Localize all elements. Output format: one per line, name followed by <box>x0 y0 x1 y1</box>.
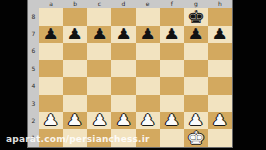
square-f3[interactable] <box>160 95 184 112</box>
square-h1[interactable] <box>208 129 232 147</box>
square-g4[interactable] <box>184 77 208 94</box>
piece-white-king: ♚ <box>187 129 206 147</box>
square-h6[interactable] <box>208 43 232 60</box>
square-g8[interactable]: ♚ <box>184 8 208 26</box>
piece-white-pawn: ♟ <box>212 113 229 128</box>
rank-label-3: 3 <box>28 95 39 112</box>
square-f1[interactable] <box>160 129 184 147</box>
square-h3[interactable] <box>208 95 232 112</box>
square-a2[interactable]: ♟ <box>39 112 63 129</box>
square-c3[interactable] <box>87 95 111 112</box>
file-label-c: c <box>87 0 111 8</box>
square-a6[interactable] <box>39 43 63 60</box>
coord-corner <box>28 0 39 8</box>
square-a7[interactable]: ♟ <box>39 26 63 43</box>
square-f6[interactable] <box>160 43 184 60</box>
square-g3[interactable] <box>184 95 208 112</box>
file-label-d: d <box>111 0 135 8</box>
chess-board: ♚♟♟♟♟♟♟♟♟♟♟♟♟♟♟♟♟♚ <box>39 8 232 147</box>
rank-label-4: 4 <box>28 78 39 95</box>
square-h2[interactable]: ♟ <box>208 112 232 129</box>
square-a4[interactable] <box>39 77 63 94</box>
file-label-e: e <box>136 0 160 8</box>
piece-white-pawn: ♟ <box>67 113 84 128</box>
rank-labels-strip: 87654321 <box>28 8 39 147</box>
square-f8[interactable] <box>160 8 184 26</box>
square-c2[interactable]: ♟ <box>87 112 111 129</box>
piece-black-king: ♚ <box>187 8 206 26</box>
piece-white-pawn: ♟ <box>91 113 108 128</box>
square-c6[interactable] <box>87 43 111 60</box>
square-d8[interactable] <box>111 8 135 26</box>
square-b7[interactable]: ♟ <box>63 26 87 43</box>
square-e3[interactable] <box>136 95 160 112</box>
square-b5[interactable] <box>63 60 87 77</box>
square-g5[interactable] <box>184 60 208 77</box>
square-h7[interactable]: ♟ <box>208 26 232 43</box>
square-g7[interactable]: ♟ <box>184 26 208 43</box>
square-e5[interactable] <box>136 60 160 77</box>
square-d2[interactable]: ♟ <box>111 112 135 129</box>
square-e4[interactable] <box>136 77 160 94</box>
square-f2[interactable]: ♟ <box>160 112 184 129</box>
square-h4[interactable] <box>208 77 232 94</box>
rank-label-8: 8 <box>28 8 39 25</box>
square-f5[interactable] <box>160 60 184 77</box>
square-c8[interactable] <box>87 8 111 26</box>
square-b8[interactable] <box>63 8 87 26</box>
watermark-url: aparat.com/persianchess.ir <box>6 134 150 145</box>
video-frame: abcdefgh 87654321 ♚♟♟♟♟♟♟♟♟♟♟♟♟♟♟♟♟♚ apa… <box>0 0 266 150</box>
square-d6[interactable] <box>111 43 135 60</box>
square-e8[interactable] <box>136 8 160 26</box>
piece-black-pawn: ♟ <box>43 27 60 42</box>
piece-white-pawn: ♟ <box>43 113 60 128</box>
square-e7[interactable]: ♟ <box>136 26 160 43</box>
square-h5[interactable] <box>208 60 232 77</box>
rank-label-6: 6 <box>28 43 39 60</box>
square-c5[interactable] <box>87 60 111 77</box>
file-label-a: a <box>39 0 63 8</box>
square-g1[interactable]: ♚ <box>184 129 208 147</box>
piece-white-pawn: ♟ <box>163 113 180 128</box>
rank-label-7: 7 <box>28 25 39 42</box>
square-d4[interactable] <box>111 77 135 94</box>
square-b3[interactable] <box>63 95 87 112</box>
square-f7[interactable]: ♟ <box>160 26 184 43</box>
piece-white-pawn: ♟ <box>115 113 132 128</box>
file-label-b: b <box>63 0 87 8</box>
piece-black-pawn: ♟ <box>115 27 132 42</box>
file-label-g: g <box>184 0 208 8</box>
square-d5[interactable] <box>111 60 135 77</box>
square-a3[interactable] <box>39 95 63 112</box>
square-c7[interactable]: ♟ <box>87 26 111 43</box>
piece-black-pawn: ♟ <box>139 27 156 42</box>
square-a8[interactable] <box>39 8 63 26</box>
square-h8[interactable] <box>208 8 232 26</box>
file-labels-strip: abcdefgh <box>39 0 232 8</box>
square-d3[interactable] <box>111 95 135 112</box>
square-a5[interactable] <box>39 60 63 77</box>
square-d7[interactable]: ♟ <box>111 26 135 43</box>
chess-board-assembly: abcdefgh 87654321 ♚♟♟♟♟♟♟♟♟♟♟♟♟♟♟♟♟♚ <box>28 0 232 147</box>
piece-white-pawn: ♟ <box>187 113 204 128</box>
rank-label-2: 2 <box>28 112 39 129</box>
square-b4[interactable] <box>63 77 87 94</box>
square-g2[interactable]: ♟ <box>184 112 208 129</box>
square-g6[interactable] <box>184 43 208 60</box>
square-c4[interactable] <box>87 77 111 94</box>
piece-black-pawn: ♟ <box>212 27 229 42</box>
piece-white-pawn: ♟ <box>139 113 156 128</box>
square-e6[interactable] <box>136 43 160 60</box>
piece-black-pawn: ♟ <box>91 27 108 42</box>
square-b6[interactable] <box>63 43 87 60</box>
rank-label-5: 5 <box>28 60 39 77</box>
piece-black-pawn: ♟ <box>67 27 84 42</box>
file-label-f: f <box>160 0 184 8</box>
piece-black-pawn: ♟ <box>163 27 180 42</box>
square-e2[interactable]: ♟ <box>136 112 160 129</box>
file-label-h: h <box>208 0 232 8</box>
piece-black-pawn: ♟ <box>187 27 204 42</box>
square-f4[interactable] <box>160 77 184 94</box>
square-b2[interactable]: ♟ <box>63 112 87 129</box>
